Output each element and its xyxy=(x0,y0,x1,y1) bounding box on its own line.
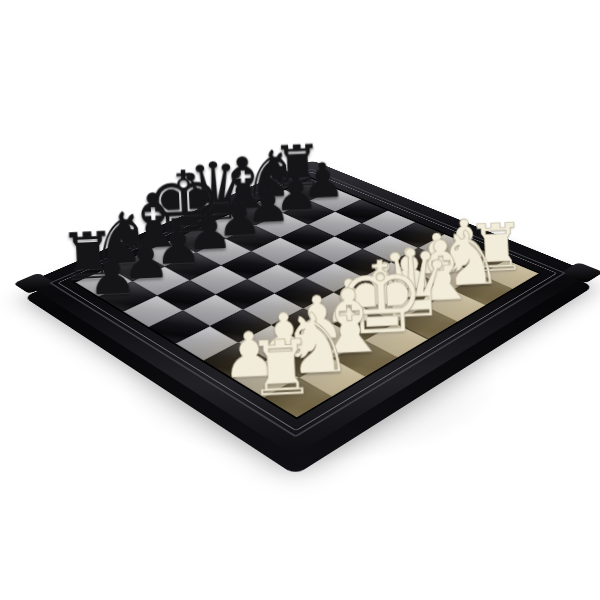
pieces-layer: ♜♟♟♜♞♟♟♞♝♟♟♝♛♟♟♛♚♟♟♚♝♟♟♝♞♟♟♞♜♟♟♜ xyxy=(75,178,538,417)
clasp-left-corner xyxy=(13,273,55,294)
camera-roll-wrapper: ♜♟♟♜♞♟♟♞♝♟♟♝♛♟♟♛♚♟♟♚♝♟♟♝♞♟♟♞♜♟♟♜ xyxy=(0,0,600,600)
caption: Chess — magnetic folding travel set, sta… xyxy=(0,0,1,1)
black-pawn: ♟ xyxy=(78,246,147,304)
chess-board: ♜♟♟♜♞♟♟♞♝♟♟♝♛♟♟♛♚♟♟♚♝♟♟♝♞♟♟♞♜♟♟♜ xyxy=(25,160,590,456)
product-photo: ♜♟♟♜♞♟♟♞♝♟♟♝♛♟♟♛♚♟♟♚♝♟♟♝♞♟♟♞♜♟♟♜ Chess —… xyxy=(0,0,600,600)
clasp-right-corner xyxy=(560,262,600,283)
white-rook: ♜ xyxy=(234,328,328,408)
